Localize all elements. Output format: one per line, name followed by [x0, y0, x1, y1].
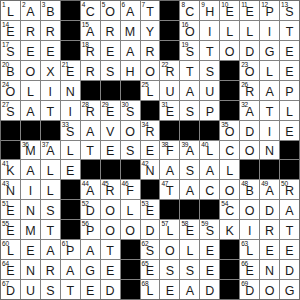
cell-r8c11[interactable]: 40L: [200, 141, 219, 160]
cell-letter: O: [260, 285, 279, 298]
cell-letter: D: [260, 205, 279, 218]
cell-r12c7[interactable]: O: [121, 220, 140, 239]
cell-letter: T: [200, 46, 219, 59]
cell-letter: A: [180, 285, 199, 298]
black-cell-r11c10: [180, 200, 199, 219]
cell-r6c5[interactable]: 28R: [81, 101, 100, 120]
cell-letter: S: [180, 46, 199, 59]
cell-letter: I: [21, 185, 40, 198]
cell-r1c1[interactable]: 1L: [1, 1, 20, 20]
cell-r2c14[interactable]: I: [260, 21, 279, 40]
cell-r1c6[interactable]: 5O: [101, 1, 120, 20]
cell-r12c9[interactable]: 57L: [160, 220, 179, 239]
cell-r14c13[interactable]: 66E: [240, 260, 259, 279]
cell-letter: T: [141, 6, 160, 19]
cell-r9c1[interactable]: 41K: [1, 160, 20, 179]
cell-r8c14[interactable]: N: [260, 141, 279, 160]
cell-r1c15[interactable]: 13S: [280, 1, 299, 20]
cell-r3c10[interactable]: 19S: [180, 41, 199, 60]
cell-letter: O: [180, 26, 199, 39]
cell-letter: E: [61, 165, 80, 178]
cell-letter: S: [1, 46, 20, 59]
cell-letter: B: [240, 185, 259, 198]
cell-r15c4[interactable]: T: [61, 280, 80, 299]
cell-r12c11[interactable]: 59S: [200, 220, 219, 239]
cell-r8c4[interactable]: L: [61, 141, 80, 160]
black-cell-r5c7: [121, 81, 140, 100]
cell-r6c14[interactable]: T: [260, 101, 279, 120]
black-cell-r11c11: [200, 200, 219, 219]
cell-letter: S: [180, 106, 199, 119]
cell-letter: I: [260, 126, 279, 139]
cell-letter: E: [200, 265, 219, 278]
cell-r4c11[interactable]: S: [200, 61, 219, 80]
cell-letter: N: [61, 86, 80, 99]
cell-r13c14[interactable]: E: [260, 240, 279, 259]
cell-letter: O: [220, 185, 239, 198]
cell-letter: E: [200, 245, 219, 258]
cell-r5c9[interactable]: U: [160, 81, 179, 100]
cell-r3c14[interactable]: G: [260, 41, 279, 60]
cell-letter: L: [220, 165, 239, 178]
cell-r10c10[interactable]: A: [180, 180, 199, 199]
cell-r10c13[interactable]: 48B: [240, 180, 259, 199]
cell-r10c3[interactable]: L: [41, 180, 60, 199]
cell-r12c2[interactable]: M: [21, 220, 40, 239]
cell-letter: E: [21, 245, 40, 258]
cell-letter: C: [220, 205, 239, 218]
cell-letter: E: [141, 205, 160, 218]
black-cell-r7c1: [1, 121, 20, 140]
cell-r15c2[interactable]: U: [21, 280, 40, 299]
cell-r7c6[interactable]: V: [101, 121, 120, 140]
cell-letter: M: [21, 145, 40, 158]
cell-letter: L: [240, 245, 259, 258]
cell-r1c13[interactable]: 11E: [240, 1, 259, 20]
cell-r10c15[interactable]: 50R: [280, 180, 299, 199]
cell-letter: E: [141, 265, 160, 278]
cell-r6c13[interactable]: 32A: [240, 101, 259, 120]
cell-letter: S: [121, 145, 140, 158]
cell-r15c8[interactable]: 68L: [141, 280, 160, 299]
cell-r5c4[interactable]: N: [61, 81, 80, 100]
cell-r4c9[interactable]: 22R: [160, 61, 179, 80]
cell-r2c6[interactable]: R: [101, 21, 120, 40]
cell-r15c10[interactable]: A: [180, 280, 199, 299]
cell-letter: M: [121, 26, 140, 39]
cell-r11c14[interactable]: D: [260, 200, 279, 219]
cell-letter: E: [1, 26, 20, 39]
cell-r14c4[interactable]: A: [61, 260, 80, 279]
cell-letter: R: [41, 265, 60, 278]
cell-r3c8[interactable]: R: [141, 41, 160, 60]
cell-r3c12[interactable]: O: [220, 41, 239, 60]
cell-letter: L: [121, 205, 140, 218]
cell-r9c10[interactable]: S: [180, 160, 199, 179]
cell-r10c12[interactable]: O: [220, 180, 239, 199]
cell-r6c3[interactable]: T: [41, 101, 60, 120]
black-cell-r12c4: [61, 220, 80, 239]
cell-letter: A: [121, 6, 140, 19]
black-cell-r7c9: [160, 121, 179, 140]
cell-r1c11[interactable]: 9H: [200, 1, 219, 20]
cell-r2c2[interactable]: R: [21, 21, 40, 40]
cell-r14c9[interactable]: S: [160, 260, 179, 279]
cell-r13c1[interactable]: 60L: [1, 240, 20, 259]
cell-letter: A: [21, 106, 40, 119]
cell-letter: I: [240, 225, 259, 238]
cell-letter: A: [121, 46, 140, 59]
cell-r8c2[interactable]: 36M: [21, 141, 40, 160]
cell-r4c6[interactable]: S: [101, 61, 120, 80]
cell-r8c6[interactable]: E: [101, 141, 120, 160]
cell-r4c2[interactable]: O: [21, 61, 40, 80]
cell-letter: T: [101, 245, 120, 258]
cell-r1c3[interactable]: 3B: [41, 1, 60, 20]
cell-r4c5[interactable]: R: [81, 61, 100, 80]
cell-r5c3[interactable]: I: [41, 81, 60, 100]
cell-r14c14[interactable]: N: [260, 260, 279, 279]
cell-letter: L: [160, 225, 179, 238]
cell-letter: O: [220, 46, 239, 59]
cell-letter: N: [260, 145, 279, 158]
cell-letter: L: [260, 66, 279, 79]
cell-r7c8[interactable]: 34R: [141, 121, 160, 140]
cell-letter: L: [21, 86, 40, 99]
cell-r6c15[interactable]: L: [280, 101, 299, 120]
cell-letter: S: [200, 66, 219, 79]
cell-r13c11[interactable]: E: [200, 240, 219, 259]
cell-letter: O: [141, 66, 160, 79]
black-cell-r15c7: [121, 280, 140, 299]
black-cell-r9c6: [101, 160, 120, 179]
cell-r7c15[interactable]: E: [280, 121, 299, 140]
cell-r7c4[interactable]: 33S: [61, 121, 80, 140]
black-cell-r1c4: [61, 1, 80, 20]
cell-r12c6[interactable]: O: [101, 220, 120, 239]
cell-r3c11[interactable]: T: [200, 41, 219, 60]
black-cell-r11c9: [160, 200, 179, 219]
cell-r13c5[interactable]: A: [81, 240, 100, 259]
cell-r9c9[interactable]: A: [160, 160, 179, 179]
cell-r15c15[interactable]: G: [280, 280, 299, 299]
cell-r15c9[interactable]: E: [160, 280, 179, 299]
cell-r3c3[interactable]: E: [41, 41, 60, 60]
cell-r4c14[interactable]: L: [260, 61, 279, 80]
cell-r2c1[interactable]: 14E: [1, 21, 20, 40]
cell-letter: M: [21, 225, 40, 238]
cell-letter: S: [160, 265, 179, 278]
cell-r5c1[interactable]: 24O: [1, 81, 20, 100]
cell-letter: E: [240, 265, 259, 278]
cell-r13c4[interactable]: 61P: [61, 240, 80, 259]
cell-r15c1[interactable]: 67D: [1, 280, 20, 299]
cell-letter: R: [240, 86, 259, 99]
cell-r6c4[interactable]: I: [61, 101, 80, 120]
cell-letter: X: [41, 66, 60, 79]
cell-letter: L: [141, 86, 160, 99]
cell-r10c7[interactable]: 46F: [121, 180, 140, 199]
cell-r14c6[interactable]: E: [101, 260, 120, 279]
cell-r1c7[interactable]: 6A: [121, 1, 140, 20]
cell-r12c12[interactable]: K: [220, 220, 239, 239]
cell-letter: T: [160, 185, 179, 198]
cell-letter: O: [101, 225, 120, 238]
cell-r14c15[interactable]: D: [280, 260, 299, 279]
cell-r2c3[interactable]: R: [41, 21, 60, 40]
cell-r13c13[interactable]: 63L: [240, 240, 259, 259]
cell-r2c13[interactable]: L: [240, 21, 259, 40]
cell-r12c3[interactable]: T: [41, 220, 60, 239]
cell-r12c1[interactable]: 55E: [1, 220, 20, 239]
cell-r1c10[interactable]: 8C: [180, 1, 199, 20]
cell-letter: T: [81, 145, 100, 158]
cell-r10c11[interactable]: C: [200, 180, 219, 199]
cell-r8c3[interactable]: 37A: [41, 141, 60, 160]
cell-letter: G: [280, 285, 299, 298]
cell-r12c14[interactable]: R: [260, 220, 279, 239]
cell-r6c9[interactable]: 31E: [160, 101, 179, 120]
cell-r12c13[interactable]: I: [240, 220, 259, 239]
black-cell-r9c13: [240, 160, 259, 179]
cell-r11c8[interactable]: 53E: [141, 200, 160, 219]
cell-r8c5[interactable]: T: [81, 141, 100, 160]
black-cell-r10c4: [61, 180, 80, 199]
cell-r6c6[interactable]: 29E: [101, 101, 120, 120]
cell-r5c11[interactable]: U: [200, 81, 219, 100]
cell-letter: D: [240, 126, 259, 139]
cell-r7c7[interactable]: O: [121, 121, 140, 140]
cell-r5c13[interactable]: 26R: [240, 81, 259, 100]
cell-r5c8[interactable]: 25L: [141, 81, 160, 100]
cell-r8c8[interactable]: E: [141, 141, 160, 160]
cell-r3c15[interactable]: E: [280, 41, 299, 60]
cell-r10c2[interactable]: I: [21, 180, 40, 199]
cell-r2c11[interactable]: I: [200, 21, 219, 40]
black-cell-r13c7: [121, 240, 140, 259]
cell-letter: D: [280, 265, 299, 278]
cell-r6c7[interactable]: 30S: [121, 101, 140, 120]
cell-r15c3[interactable]: S: [41, 280, 60, 299]
cell-r15c6[interactable]: D: [101, 280, 120, 299]
cell-r10c5[interactable]: 44A: [81, 180, 100, 199]
cell-letter: A: [260, 86, 279, 99]
cell-letter: I: [260, 26, 279, 39]
cell-letter: A: [180, 145, 199, 158]
cell-r2c5[interactable]: 15A: [81, 21, 100, 40]
cell-letter: L: [41, 165, 60, 178]
cell-r3c7[interactable]: A: [121, 41, 140, 60]
cell-letter: S: [121, 106, 140, 119]
cell-r8c12[interactable]: C: [220, 141, 239, 160]
cell-r14c10[interactable]: S: [180, 260, 199, 279]
cell-letter: R: [160, 66, 179, 79]
cell-letter: R: [81, 106, 100, 119]
cell-r9c3[interactable]: L: [41, 160, 60, 179]
cell-letter: U: [21, 285, 40, 298]
cell-r12c10[interactable]: 58E: [180, 220, 199, 239]
cell-r7c12[interactable]: 35O: [220, 121, 239, 140]
cell-r15c5[interactable]: E: [81, 280, 100, 299]
cell-r2c8[interactable]: Y: [141, 21, 160, 40]
cell-r1c8[interactable]: 7T: [141, 1, 160, 20]
cell-letter: L: [200, 145, 219, 158]
cell-letter: H: [121, 66, 140, 79]
cell-r10c14[interactable]: 49A: [260, 180, 279, 199]
cell-letter: T: [280, 26, 299, 39]
cell-letter: E: [160, 106, 179, 119]
cell-letter: E: [101, 106, 120, 119]
black-cell-r5c12: [220, 81, 239, 100]
cell-letter: D: [101, 285, 120, 298]
cell-r12c5[interactable]: 56P: [81, 220, 100, 239]
cell-r9c8[interactable]: 42N: [141, 160, 160, 179]
cell-r3c5[interactable]: 18R: [81, 41, 100, 60]
cell-r3c2[interactable]: E: [21, 41, 40, 60]
cell-r2c15[interactable]: T: [280, 21, 299, 40]
cell-r14c11[interactable]: E: [200, 260, 219, 279]
cell-letter: D: [200, 285, 219, 298]
cell-r8c7[interactable]: S: [121, 141, 140, 160]
black-cell-r7c2: [21, 121, 40, 140]
cell-r11c12[interactable]: 54C: [220, 200, 239, 219]
cell-r2c7[interactable]: M: [121, 21, 140, 40]
cell-r5c2[interactable]: L: [21, 81, 40, 100]
cell-r2c10[interactable]: 16O: [180, 21, 199, 40]
cell-letter: S: [280, 6, 299, 19]
cell-letter: O: [121, 225, 140, 238]
cell-letter: S: [180, 165, 199, 178]
cell-r4c13[interactable]: 23O: [240, 61, 259, 80]
cell-r13c10[interactable]: L: [180, 240, 199, 259]
cell-r3c1[interactable]: 17S: [1, 41, 20, 60]
cell-letter: E: [240, 6, 259, 19]
cell-r12c15[interactable]: T: [280, 220, 299, 239]
cell-r4c10[interactable]: T: [180, 61, 199, 80]
cell-r8c10[interactable]: 39A: [180, 141, 199, 160]
cell-r4c8[interactable]: O: [141, 61, 160, 80]
cell-r8c9[interactable]: 38F: [160, 141, 179, 160]
cell-r9c11[interactable]: A: [200, 160, 219, 179]
cell-letter: A: [21, 165, 40, 178]
cell-r11c5[interactable]: 52D: [81, 200, 100, 219]
cell-letter: D: [1, 285, 20, 298]
cell-r5c10[interactable]: A: [180, 81, 199, 100]
cell-letter: L: [61, 145, 80, 158]
cell-r12c8[interactable]: D: [141, 220, 160, 239]
cell-r4c1[interactable]: 20B: [1, 61, 20, 80]
cell-r4c3[interactable]: X: [41, 61, 60, 80]
cell-r6c11[interactable]: P: [200, 101, 219, 120]
cell-r7c14[interactable]: I: [260, 121, 279, 140]
black-cell-r8c15: [280, 141, 299, 160]
cell-r8c13[interactable]: O: [240, 141, 259, 160]
cell-r13c9[interactable]: O: [160, 240, 179, 259]
cell-letter: R: [21, 26, 40, 39]
cell-letter: R: [81, 66, 100, 79]
cell-letter: L: [1, 6, 20, 19]
cell-r10c6[interactable]: 45R: [101, 180, 120, 199]
cell-r11c3[interactable]: S: [41, 200, 60, 219]
cell-letter: E: [61, 66, 80, 79]
cell-r5c15[interactable]: P: [280, 81, 299, 100]
cell-letter: G: [260, 46, 279, 59]
cell-letter: T: [41, 225, 60, 238]
cell-r7c13[interactable]: D: [240, 121, 259, 140]
cell-r11c15[interactable]: A: [280, 200, 299, 219]
cell-r14c3[interactable]: R: [41, 260, 60, 279]
cell-r15c14[interactable]: O: [260, 280, 279, 299]
cell-r11c2[interactable]: N: [21, 200, 40, 219]
cell-r13c15[interactable]: E: [280, 240, 299, 259]
black-cell-r2c9: [160, 21, 179, 40]
cell-r11c7[interactable]: L: [121, 200, 140, 219]
cell-letter: A: [21, 6, 40, 19]
cell-r13c8[interactable]: 62S: [141, 240, 160, 259]
cell-r2c12[interactable]: L: [220, 21, 239, 40]
cell-r11c13[interactable]: O: [240, 200, 259, 219]
cell-letter: R: [141, 126, 160, 139]
cell-r13c2[interactable]: E: [21, 240, 40, 259]
cell-letter: G: [81, 265, 100, 278]
cell-r7c5[interactable]: A: [81, 121, 100, 140]
cell-r6c1[interactable]: 27S: [1, 101, 20, 120]
cell-r6c2[interactable]: A: [21, 101, 40, 120]
cell-letter: A: [81, 126, 100, 139]
cell-r4c7[interactable]: H: [121, 61, 140, 80]
cell-letter: A: [81, 26, 100, 39]
cell-r1c5[interactable]: 4C: [81, 1, 100, 20]
cell-r4c4[interactable]: 21E: [61, 61, 80, 80]
cell-r1c14[interactable]: 12P: [260, 1, 279, 20]
cell-r9c2[interactable]: A: [21, 160, 40, 179]
cell-r15c13[interactable]: 69D: [240, 280, 259, 299]
cell-letter: S: [101, 66, 120, 79]
cell-letter: C: [220, 145, 239, 158]
cell-r3c13[interactable]: D: [240, 41, 259, 60]
cell-letter: C: [200, 185, 219, 198]
black-cell-r6c12: [220, 101, 239, 120]
cell-r11c6[interactable]: O: [101, 200, 120, 219]
cell-letter: B: [1, 66, 20, 79]
cell-r4c15[interactable]: E: [280, 61, 299, 80]
cell-r14c1[interactable]: 64E: [1, 260, 20, 279]
cell-r1c12[interactable]: 10E: [220, 1, 239, 20]
cell-letter: N: [141, 165, 160, 178]
cell-r1c2[interactable]: 2A: [21, 1, 40, 20]
cell-r6c10[interactable]: S: [180, 101, 199, 120]
cell-r9c4[interactable]: E: [61, 160, 80, 179]
cell-r5c14[interactable]: A: [260, 81, 279, 100]
cell-letter: L: [240, 26, 259, 39]
cell-r13c6[interactable]: T: [101, 240, 120, 259]
cell-letter: D: [240, 285, 259, 298]
cell-r15c11[interactable]: D: [200, 280, 219, 299]
cell-r14c5[interactable]: G: [81, 260, 100, 279]
cell-r11c1[interactable]: 51E: [1, 200, 20, 219]
cell-letter: S: [41, 285, 60, 298]
cell-r10c9[interactable]: 47T: [160, 180, 179, 199]
cell-r10c1[interactable]: 43N: [1, 180, 20, 199]
cell-letter: R: [101, 26, 120, 39]
cell-r14c8[interactable]: 65E: [141, 260, 160, 279]
cell-r13c3[interactable]: A: [41, 240, 60, 259]
cell-r9c12[interactable]: L: [220, 160, 239, 179]
black-cell-r9c5: [81, 160, 100, 179]
cell-r3c6[interactable]: E: [101, 41, 120, 60]
cell-letter: E: [101, 46, 120, 59]
cell-r14c2[interactable]: N: [21, 260, 40, 279]
